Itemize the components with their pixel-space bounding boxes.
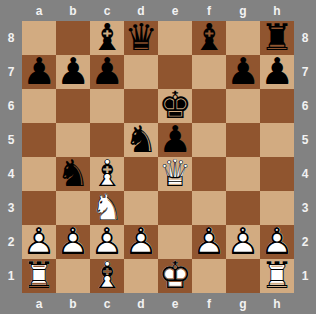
piece-black-queen[interactable]: ♛	[124, 21, 158, 55]
square-f7[interactable]	[192, 55, 226, 89]
rank-label-right-3: 3	[294, 191, 316, 225]
square-b6[interactable]	[56, 89, 90, 123]
rank-label-right-6: 6	[294, 89, 316, 123]
rank-label-right-5: 5	[294, 123, 316, 157]
piece-white-pawn[interactable]: ♟︎♙	[56, 225, 90, 259]
square-c1[interactable]: ♝♗	[90, 259, 124, 293]
square-a5[interactable]	[22, 123, 56, 157]
black-knight-glyph: ♞	[56, 157, 90, 191]
square-h6[interactable]	[260, 89, 294, 123]
chess-board-frame: abcdefgh8♝♛♝♜87♟︎♟︎♟︎♟︎♟︎76♚65♞♟︎54♞♝♗♛♕…	[0, 0, 316, 314]
rank-label-right-1: 1	[294, 259, 316, 293]
square-g1[interactable]	[226, 259, 260, 293]
rank-label-left-6: 6	[0, 89, 22, 123]
piece-black-pawn[interactable]: ♟︎	[56, 55, 90, 89]
square-g2[interactable]: ♟︎♙	[226, 225, 260, 259]
rank-label-right-4: 4	[294, 157, 316, 191]
rank-label-left-4: 4	[0, 157, 22, 191]
square-a6[interactable]	[22, 89, 56, 123]
piece-black-pawn[interactable]: ♟︎	[260, 55, 294, 89]
square-d5[interactable]: ♞	[124, 123, 158, 157]
square-h7[interactable]: ♟︎	[260, 55, 294, 89]
square-d7[interactable]	[124, 55, 158, 89]
square-d4[interactable]	[124, 157, 158, 191]
square-h4[interactable]	[260, 157, 294, 191]
rank-label-left-8: 8	[0, 21, 22, 55]
file-label-bottom-d: d	[124, 293, 158, 314]
square-b2[interactable]: ♟︎♙	[56, 225, 90, 259]
piece-white-pawn[interactable]: ♟︎♙	[192, 225, 226, 259]
square-e8[interactable]	[158, 21, 192, 55]
black-pawn-glyph: ♟︎	[56, 55, 90, 89]
file-label-top-e: e	[158, 0, 192, 21]
square-g5[interactable]	[226, 123, 260, 157]
square-e3[interactable]	[158, 191, 192, 225]
black-pawn-glyph: ♟︎	[22, 55, 56, 89]
piece-white-king[interactable]: ♚♔	[158, 259, 192, 293]
piece-white-bishop[interactable]: ♝♗	[90, 259, 124, 293]
square-f1[interactable]	[192, 259, 226, 293]
white-rook-outline: ♖	[22, 259, 56, 293]
black-bishop-glyph: ♝	[192, 21, 226, 55]
rank-label-left-5: 5	[0, 123, 22, 157]
square-h5[interactable]	[260, 123, 294, 157]
square-g7[interactable]: ♟︎	[226, 55, 260, 89]
white-pawn-outline: ♙	[56, 225, 90, 259]
piece-black-pawn[interactable]: ♟︎	[226, 55, 260, 89]
square-b7[interactable]: ♟︎	[56, 55, 90, 89]
board-frame-corner	[0, 293, 22, 314]
square-f8[interactable]: ♝	[192, 21, 226, 55]
black-pawn-glyph: ♟︎	[260, 55, 294, 89]
board-frame-corner	[0, 0, 22, 21]
square-e4[interactable]: ♛♕	[158, 157, 192, 191]
rank-label-left-1: 1	[0, 259, 22, 293]
square-h1[interactable]: ♜♖	[260, 259, 294, 293]
board-frame-corner	[294, 293, 316, 314]
piece-white-pawn[interactable]: ♟︎♙	[226, 225, 260, 259]
piece-black-pawn[interactable]: ♟︎	[22, 55, 56, 89]
white-pawn-outline: ♙	[192, 225, 226, 259]
square-a4[interactable]	[22, 157, 56, 191]
rank-label-left-2: 2	[0, 225, 22, 259]
white-pawn-outline: ♙	[124, 225, 158, 259]
square-d1[interactable]	[124, 259, 158, 293]
file-label-bottom-g: g	[226, 293, 260, 314]
white-bishop-outline: ♗	[90, 259, 124, 293]
square-e1[interactable]: ♚♔	[158, 259, 192, 293]
square-d8[interactable]: ♛	[124, 21, 158, 55]
black-knight-glyph: ♞	[124, 123, 158, 157]
piece-black-knight[interactable]: ♞	[124, 123, 158, 157]
square-b4[interactable]: ♞	[56, 157, 90, 191]
file-label-top-g: g	[226, 0, 260, 21]
square-f5[interactable]	[192, 123, 226, 157]
piece-black-pawn[interactable]: ♟︎	[90, 55, 124, 89]
square-g4[interactable]	[226, 157, 260, 191]
black-pawn-glyph: ♟︎	[226, 55, 260, 89]
file-label-top-a: a	[22, 0, 56, 21]
square-g6[interactable]	[226, 89, 260, 123]
square-f6[interactable]	[192, 89, 226, 123]
black-pawn-glyph: ♟︎	[90, 55, 124, 89]
rank-label-right-7: 7	[294, 55, 316, 89]
rank-label-left-7: 7	[0, 55, 22, 89]
white-rook-outline: ♖	[260, 259, 294, 293]
rank-label-right-2: 2	[294, 225, 316, 259]
file-label-bottom-b: b	[56, 293, 90, 314]
piece-white-queen[interactable]: ♛♕	[158, 157, 192, 191]
file-label-top-b: b	[56, 0, 90, 21]
white-pawn-outline: ♙	[226, 225, 260, 259]
rank-label-left-3: 3	[0, 191, 22, 225]
square-c6[interactable]	[90, 89, 124, 123]
piece-white-rook[interactable]: ♜♖	[260, 259, 294, 293]
piece-black-bishop[interactable]: ♝	[192, 21, 226, 55]
piece-white-pawn[interactable]: ♟︎♙	[124, 225, 158, 259]
white-king-outline: ♔	[158, 259, 192, 293]
piece-white-rook[interactable]: ♜♖	[22, 259, 56, 293]
square-b1[interactable]	[56, 259, 90, 293]
file-label-bottom-f: f	[192, 293, 226, 314]
square-f2[interactable]: ♟︎♙	[192, 225, 226, 259]
rank-label-right-8: 8	[294, 21, 316, 55]
square-a1[interactable]: ♜♖	[22, 259, 56, 293]
board-frame-corner	[294, 0, 316, 21]
square-c7[interactable]: ♟︎	[90, 55, 124, 89]
square-d2[interactable]: ♟︎♙	[124, 225, 158, 259]
piece-black-knight[interactable]: ♞	[56, 157, 90, 191]
square-f4[interactable]	[192, 157, 226, 191]
black-queen-glyph: ♛	[124, 21, 158, 55]
white-queen-outline: ♕	[158, 157, 192, 191]
square-a7[interactable]: ♟︎	[22, 55, 56, 89]
